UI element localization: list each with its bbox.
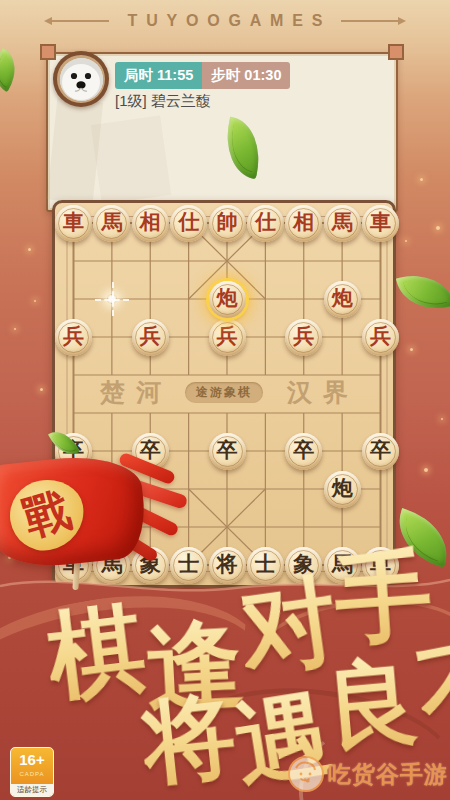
sparkle-dot — [14, 328, 16, 330]
piece-character: 車 — [63, 550, 84, 578]
piece-black-卒[interactable]: 卒 — [362, 433, 399, 470]
timer-bar: 局时 11:55 步时 01:30 — [115, 62, 290, 89]
move-time-label: 步时 — [211, 67, 240, 83]
piece-red-炮[interactable]: 炮 — [209, 281, 246, 318]
game-time-value: 11:55 — [157, 67, 193, 83]
piece-character: 兵 — [140, 322, 161, 350]
slogan-character: 棋 — [40, 583, 152, 725]
piece-red-相[interactable]: 相 — [132, 205, 169, 242]
watermark: 吃货谷手游 — [288, 756, 448, 792]
sparkle-dot — [390, 656, 393, 659]
sparkle-dot — [258, 722, 260, 724]
piece-character: 馬 — [332, 550, 353, 578]
piece-black-士[interactable]: 士 — [170, 547, 207, 584]
sparkle-dot — [34, 300, 36, 302]
age-rating-org: CADPA — [19, 770, 44, 779]
age-rating-label: 适龄提示 — [11, 784, 53, 796]
river-brand-badge: 途游象棋 — [185, 382, 263, 403]
slogan-line-2: 将遇良才 — [132, 610, 450, 780]
piece-red-仕[interactable]: 仕 — [247, 205, 284, 242]
piece-character: 帥 — [217, 208, 238, 236]
piece-character: 象 — [140, 550, 161, 578]
piece-black-車[interactable]: 車 — [55, 547, 92, 584]
arrow-left-icon — [44, 17, 52, 25]
piece-character: 卒 — [370, 436, 391, 464]
piece-red-馬[interactable]: 馬 — [93, 205, 130, 242]
player-name: [1级] 碧云兰馥 — [115, 92, 211, 111]
seal-avatar-image — [60, 58, 103, 101]
piece-red-馬[interactable]: 馬 — [324, 205, 361, 242]
age-rating-number: 16+ — [19, 750, 44, 770]
sparkle-dot — [405, 240, 407, 242]
piece-black-卒[interactable]: 卒 — [209, 433, 246, 470]
piece-character: 兵 — [293, 322, 314, 350]
piece-red-兵[interactable]: 兵 — [285, 319, 322, 356]
leaf-decoration — [396, 267, 450, 318]
piece-character: 士 — [255, 550, 276, 578]
piece-red-車[interactable]: 車 — [362, 205, 399, 242]
piece-black-象[interactable]: 象 — [285, 547, 322, 584]
piece-black-象[interactable]: 象 — [132, 547, 169, 584]
piece-character: 象 — [293, 550, 314, 578]
app-screen: TUYOOGAMES 局时 11:55 步时 01:30 [1级] — [0, 0, 450, 800]
piece-character: 馬 — [332, 208, 353, 236]
piece-character: 車 — [370, 550, 391, 578]
player-avatar[interactable] — [53, 51, 109, 107]
banner-line-right — [341, 20, 399, 22]
move-time-value: 01:30 — [244, 67, 281, 83]
piece-black-卒[interactable]: 卒 — [285, 433, 322, 470]
xiangqi-board[interactable]: 楚河 途游象棋 汉界 車馬相仕帥仕相馬車炮炮兵兵兵兵兵卒卒卒卒卒炮炮車馬象士将士… — [52, 200, 396, 588]
river-right-label: 汉界 — [276, 376, 359, 409]
piece-character: 炮 — [332, 474, 353, 502]
piece-character: 車 — [63, 208, 84, 236]
brand-title: TUYOOGAMES — [119, 12, 331, 30]
sparkle-dot — [60, 620, 62, 622]
swirl-decoration — [245, 588, 450, 718]
banner-line-left — [51, 20, 109, 22]
piece-character: 将 — [217, 550, 238, 578]
slogan-character: 逢 — [143, 600, 247, 736]
sparkle-dot — [92, 748, 94, 750]
frame-corner-left — [40, 44, 56, 60]
river-band: 楚河 途游象棋 汉界 — [55, 379, 393, 405]
piece-black-炮[interactable]: 炮 — [93, 471, 130, 508]
piece-red-車[interactable]: 車 — [55, 205, 92, 242]
piece-character: 相 — [293, 208, 314, 236]
piece-red-仕[interactable]: 仕 — [170, 205, 207, 242]
piece-black-将[interactable]: 将 — [209, 547, 246, 584]
piece-black-馬[interactable]: 馬 — [324, 547, 361, 584]
piece-red-兵[interactable]: 兵 — [209, 319, 246, 356]
slogan-character: 良 — [320, 638, 424, 772]
sparkle-dot — [330, 640, 332, 642]
sparkle-dot — [441, 418, 443, 420]
frame-corner-right — [388, 44, 404, 60]
piece-red-帥[interactable]: 帥 — [209, 205, 246, 242]
leaf-decoration — [2, 492, 36, 525]
piece-character: 卒 — [217, 436, 238, 464]
piece-red-兵[interactable]: 兵 — [132, 319, 169, 356]
piece-character: 士 — [178, 550, 199, 578]
sparkle-dot — [28, 248, 31, 251]
sparkle-dot — [418, 598, 421, 601]
sparkle-dot — [410, 348, 413, 351]
sparkle-dot — [196, 756, 199, 759]
age-rating-badge: 16+ CADPA 适龄提示 — [10, 747, 54, 797]
piece-character: 馬 — [101, 550, 122, 578]
sparkle-dot — [436, 226, 440, 230]
piece-black-士[interactable]: 士 — [247, 547, 284, 584]
sparkle-dot — [148, 700, 150, 702]
piece-character: 兵 — [217, 322, 238, 350]
piece-red-炮[interactable]: 炮 — [324, 281, 361, 318]
watermark-text: 吃货谷手游 — [328, 759, 448, 790]
piece-character: 炮 — [217, 284, 238, 312]
avatar-ring — [57, 55, 105, 103]
move-time: 步时 01:30 — [202, 62, 290, 89]
piece-black-馬[interactable]: 馬 — [93, 547, 130, 584]
sparkle-dot — [40, 388, 43, 391]
top-banner: TUYOOGAMES — [0, 8, 450, 34]
arrow-right-icon — [398, 17, 406, 25]
sparkle-dot — [420, 178, 423, 181]
piece-black-炮[interactable]: 炮 — [324, 471, 361, 508]
piece-character: 炮 — [332, 284, 353, 312]
piece-character: 炮 — [101, 474, 122, 502]
river-left-label: 楚河 — [89, 376, 172, 409]
piece-character: 仕 — [255, 208, 276, 236]
sparkle-dot — [424, 468, 428, 472]
piece-character: 兵 — [63, 322, 84, 350]
piece-character: 仕 — [178, 208, 199, 236]
piece-red-兵[interactable]: 兵 — [55, 319, 92, 356]
game-time: 局时 11:55 — [115, 62, 202, 89]
slogan-character: 将 — [136, 672, 242, 800]
piece-red-兵[interactable]: 兵 — [362, 319, 399, 356]
piece-character: 卒 — [293, 436, 314, 464]
watermark-mascot-icon — [288, 756, 324, 792]
piece-black-卒[interactable]: 卒 — [132, 433, 169, 470]
sparkle-dot — [8, 556, 11, 559]
piece-character: 馬 — [101, 208, 122, 236]
piece-black-車[interactable]: 車 — [362, 547, 399, 584]
leaf-decoration — [0, 48, 25, 92]
piece-red-相[interactable]: 相 — [285, 205, 322, 242]
piece-character: 相 — [140, 208, 161, 236]
piece-character: 兵 — [370, 322, 391, 350]
game-time-label: 局时 — [124, 67, 153, 83]
sparkle-dot — [428, 740, 431, 743]
slogan-character: 才 — [404, 599, 450, 740]
piece-character: 卒 — [140, 436, 161, 464]
panel-bamboo-pattern — [91, 116, 171, 205]
sparkle-dot — [230, 672, 232, 674]
piece-character: 車 — [370, 208, 391, 236]
